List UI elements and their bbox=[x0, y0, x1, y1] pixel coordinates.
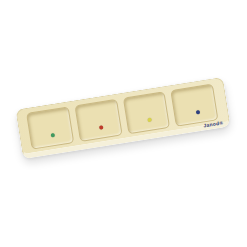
tray-grid bbox=[26, 84, 218, 150]
red-color-dot-icon bbox=[99, 125, 104, 130]
tray-cell-red[interactable] bbox=[74, 99, 122, 142]
tray-cell-yellow[interactable] bbox=[122, 91, 170, 134]
yellow-color-dot-icon bbox=[147, 118, 152, 123]
wooden-sorting-tray-board: Janod® bbox=[15, 77, 230, 159]
product-photo-stage: Janod® bbox=[0, 0, 247, 247]
brand-logo: Janod® bbox=[203, 120, 223, 128]
tray-cell-green[interactable] bbox=[26, 106, 74, 149]
green-color-dot-icon bbox=[51, 133, 56, 138]
blue-color-dot-icon bbox=[195, 110, 200, 115]
